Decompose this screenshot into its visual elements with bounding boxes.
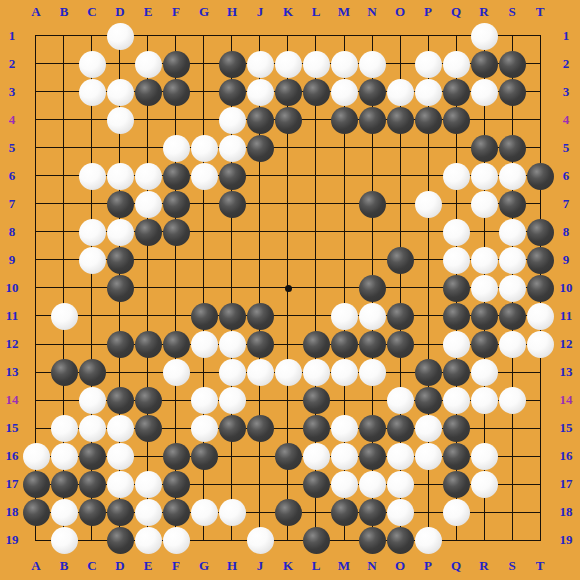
intersection-K18[interactable] <box>274 498 302 526</box>
intersection-F11[interactable] <box>162 302 190 330</box>
intersection-H1[interactable] <box>218 22 246 50</box>
intersection-R14[interactable] <box>470 386 498 414</box>
intersection-J14[interactable] <box>246 386 274 414</box>
intersection-M12[interactable] <box>330 330 358 358</box>
intersection-N17[interactable] <box>358 470 386 498</box>
intersection-L13[interactable] <box>302 358 330 386</box>
intersection-K12[interactable] <box>274 330 302 358</box>
intersection-L11[interactable] <box>302 302 330 330</box>
intersection-F2[interactable] <box>162 50 190 78</box>
intersection-P11[interactable] <box>414 302 442 330</box>
intersection-D7[interactable] <box>106 190 134 218</box>
intersection-J8[interactable] <box>246 218 274 246</box>
intersection-J19[interactable] <box>246 526 274 554</box>
intersection-H12[interactable] <box>218 330 246 358</box>
intersection-C6[interactable] <box>78 162 106 190</box>
intersection-R15[interactable] <box>470 414 498 442</box>
intersection-B12[interactable] <box>50 330 78 358</box>
intersection-K6[interactable] <box>274 162 302 190</box>
intersection-A3[interactable] <box>22 78 50 106</box>
intersection-E15[interactable] <box>134 414 162 442</box>
intersection-M7[interactable] <box>330 190 358 218</box>
intersection-M11[interactable] <box>330 302 358 330</box>
intersection-K8[interactable] <box>274 218 302 246</box>
intersection-C18[interactable] <box>78 498 106 526</box>
intersection-S9[interactable] <box>498 246 526 274</box>
intersection-E18[interactable] <box>134 498 162 526</box>
intersection-D8[interactable] <box>106 218 134 246</box>
intersection-F13[interactable] <box>162 358 190 386</box>
intersection-O9[interactable] <box>386 246 414 274</box>
intersection-O16[interactable] <box>386 442 414 470</box>
intersection-Q9[interactable] <box>442 246 470 274</box>
intersection-D16[interactable] <box>106 442 134 470</box>
intersection-Q5[interactable] <box>442 134 470 162</box>
intersection-J3[interactable] <box>246 78 274 106</box>
intersection-N3[interactable] <box>358 78 386 106</box>
intersection-H19[interactable] <box>218 526 246 554</box>
intersection-A14[interactable] <box>22 386 50 414</box>
intersection-P19[interactable] <box>414 526 442 554</box>
intersection-P5[interactable] <box>414 134 442 162</box>
intersection-E3[interactable] <box>134 78 162 106</box>
intersection-Q3[interactable] <box>442 78 470 106</box>
intersection-S18[interactable] <box>498 498 526 526</box>
intersection-M17[interactable] <box>330 470 358 498</box>
intersection-H6[interactable] <box>218 162 246 190</box>
intersection-D12[interactable] <box>106 330 134 358</box>
intersection-D6[interactable] <box>106 162 134 190</box>
intersection-R4[interactable] <box>470 106 498 134</box>
intersection-M8[interactable] <box>330 218 358 246</box>
intersection-R1[interactable] <box>470 22 498 50</box>
intersection-Q12[interactable] <box>442 330 470 358</box>
intersection-S11[interactable] <box>498 302 526 330</box>
intersection-T8[interactable] <box>526 218 554 246</box>
intersection-K7[interactable] <box>274 190 302 218</box>
intersection-G4[interactable] <box>190 106 218 134</box>
intersection-N5[interactable] <box>358 134 386 162</box>
intersection-G5[interactable] <box>190 134 218 162</box>
intersection-D15[interactable] <box>106 414 134 442</box>
intersection-O13[interactable] <box>386 358 414 386</box>
intersection-O4[interactable] <box>386 106 414 134</box>
intersection-K16[interactable] <box>274 442 302 470</box>
intersection-R13[interactable] <box>470 358 498 386</box>
intersection-L5[interactable] <box>302 134 330 162</box>
intersection-L16[interactable] <box>302 442 330 470</box>
intersection-B16[interactable] <box>50 442 78 470</box>
intersection-A17[interactable] <box>22 470 50 498</box>
intersection-T15[interactable] <box>526 414 554 442</box>
intersection-C9[interactable] <box>78 246 106 274</box>
intersection-Q4[interactable] <box>442 106 470 134</box>
intersection-Q10[interactable] <box>442 274 470 302</box>
intersection-G10[interactable] <box>190 274 218 302</box>
intersection-G17[interactable] <box>190 470 218 498</box>
intersection-C10[interactable] <box>78 274 106 302</box>
intersection-O8[interactable] <box>386 218 414 246</box>
intersection-R11[interactable] <box>470 302 498 330</box>
intersection-S19[interactable] <box>498 526 526 554</box>
intersection-S2[interactable] <box>498 50 526 78</box>
intersection-F15[interactable] <box>162 414 190 442</box>
intersection-K3[interactable] <box>274 78 302 106</box>
intersection-E4[interactable] <box>134 106 162 134</box>
intersection-P10[interactable] <box>414 274 442 302</box>
intersection-G9[interactable] <box>190 246 218 274</box>
intersection-O12[interactable] <box>386 330 414 358</box>
intersection-H18[interactable] <box>218 498 246 526</box>
intersection-N16[interactable] <box>358 442 386 470</box>
intersection-A16[interactable] <box>22 442 50 470</box>
intersection-R12[interactable] <box>470 330 498 358</box>
intersection-N19[interactable] <box>358 526 386 554</box>
intersection-H16[interactable] <box>218 442 246 470</box>
intersection-F10[interactable] <box>162 274 190 302</box>
intersection-G13[interactable] <box>190 358 218 386</box>
intersection-H3[interactable] <box>218 78 246 106</box>
intersection-M16[interactable] <box>330 442 358 470</box>
intersection-J18[interactable] <box>246 498 274 526</box>
intersection-T3[interactable] <box>526 78 554 106</box>
intersection-J7[interactable] <box>246 190 274 218</box>
intersection-A15[interactable] <box>22 414 50 442</box>
intersection-N6[interactable] <box>358 162 386 190</box>
intersection-B19[interactable] <box>50 526 78 554</box>
intersection-M19[interactable] <box>330 526 358 554</box>
intersection-J1[interactable] <box>246 22 274 50</box>
intersection-C4[interactable] <box>78 106 106 134</box>
intersection-G2[interactable] <box>190 50 218 78</box>
intersection-E10[interactable] <box>134 274 162 302</box>
intersection-T19[interactable] <box>526 526 554 554</box>
intersection-Q6[interactable] <box>442 162 470 190</box>
intersection-G3[interactable] <box>190 78 218 106</box>
intersection-B7[interactable] <box>50 190 78 218</box>
intersection-P7[interactable] <box>414 190 442 218</box>
intersection-C16[interactable] <box>78 442 106 470</box>
intersection-F12[interactable] <box>162 330 190 358</box>
intersection-M14[interactable] <box>330 386 358 414</box>
intersection-L3[interactable] <box>302 78 330 106</box>
intersection-T11[interactable] <box>526 302 554 330</box>
intersection-E14[interactable] <box>134 386 162 414</box>
intersection-J10[interactable] <box>246 274 274 302</box>
intersection-Q11[interactable] <box>442 302 470 330</box>
intersection-T4[interactable] <box>526 106 554 134</box>
intersection-D14[interactable] <box>106 386 134 414</box>
intersection-C11[interactable] <box>78 302 106 330</box>
intersection-A9[interactable] <box>22 246 50 274</box>
intersection-A18[interactable] <box>22 498 50 526</box>
intersection-N7[interactable] <box>358 190 386 218</box>
intersection-H14[interactable] <box>218 386 246 414</box>
intersection-L2[interactable] <box>302 50 330 78</box>
intersection-T5[interactable] <box>526 134 554 162</box>
intersection-P9[interactable] <box>414 246 442 274</box>
intersection-D2[interactable] <box>106 50 134 78</box>
intersection-Q19[interactable] <box>442 526 470 554</box>
intersection-D5[interactable] <box>106 134 134 162</box>
intersection-G18[interactable] <box>190 498 218 526</box>
intersection-B15[interactable] <box>50 414 78 442</box>
intersection-N14[interactable] <box>358 386 386 414</box>
intersection-D11[interactable] <box>106 302 134 330</box>
intersection-L18[interactable] <box>302 498 330 526</box>
intersection-D1[interactable] <box>106 22 134 50</box>
intersection-E12[interactable] <box>134 330 162 358</box>
intersection-C8[interactable] <box>78 218 106 246</box>
intersection-S16[interactable] <box>498 442 526 470</box>
intersection-K17[interactable] <box>274 470 302 498</box>
intersection-P16[interactable] <box>414 442 442 470</box>
intersection-E11[interactable] <box>134 302 162 330</box>
intersection-N18[interactable] <box>358 498 386 526</box>
intersection-E17[interactable] <box>134 470 162 498</box>
intersection-H17[interactable] <box>218 470 246 498</box>
intersection-F18[interactable] <box>162 498 190 526</box>
intersection-E9[interactable] <box>134 246 162 274</box>
intersection-H13[interactable] <box>218 358 246 386</box>
intersection-M9[interactable] <box>330 246 358 274</box>
intersection-A8[interactable] <box>22 218 50 246</box>
intersection-C15[interactable] <box>78 414 106 442</box>
intersection-K5[interactable] <box>274 134 302 162</box>
intersection-J17[interactable] <box>246 470 274 498</box>
intersection-A19[interactable] <box>22 526 50 554</box>
intersection-S7[interactable] <box>498 190 526 218</box>
intersection-O6[interactable] <box>386 162 414 190</box>
intersection-C5[interactable] <box>78 134 106 162</box>
intersection-N9[interactable] <box>358 246 386 274</box>
intersection-B14[interactable] <box>50 386 78 414</box>
intersection-R10[interactable] <box>470 274 498 302</box>
intersection-O1[interactable] <box>386 22 414 50</box>
intersection-S6[interactable] <box>498 162 526 190</box>
intersection-K15[interactable] <box>274 414 302 442</box>
intersection-S10[interactable] <box>498 274 526 302</box>
intersection-O7[interactable] <box>386 190 414 218</box>
intersection-T13[interactable] <box>526 358 554 386</box>
intersection-A13[interactable] <box>22 358 50 386</box>
intersection-D18[interactable] <box>106 498 134 526</box>
intersection-A2[interactable] <box>22 50 50 78</box>
intersection-B2[interactable] <box>50 50 78 78</box>
intersection-M1[interactable] <box>330 22 358 50</box>
intersection-C19[interactable] <box>78 526 106 554</box>
intersection-T7[interactable] <box>526 190 554 218</box>
intersection-R7[interactable] <box>470 190 498 218</box>
intersection-P12[interactable] <box>414 330 442 358</box>
intersection-L10[interactable] <box>302 274 330 302</box>
intersection-Q17[interactable] <box>442 470 470 498</box>
intersection-L1[interactable] <box>302 22 330 50</box>
intersection-O15[interactable] <box>386 414 414 442</box>
intersection-T2[interactable] <box>526 50 554 78</box>
intersection-H4[interactable] <box>218 106 246 134</box>
intersection-N2[interactable] <box>358 50 386 78</box>
intersection-P6[interactable] <box>414 162 442 190</box>
intersection-L12[interactable] <box>302 330 330 358</box>
intersection-G8[interactable] <box>190 218 218 246</box>
intersection-K10[interactable] <box>274 274 302 302</box>
intersection-L19[interactable] <box>302 526 330 554</box>
intersection-B4[interactable] <box>50 106 78 134</box>
intersection-O19[interactable] <box>386 526 414 554</box>
intersection-B11[interactable] <box>50 302 78 330</box>
intersection-K14[interactable] <box>274 386 302 414</box>
intersection-T18[interactable] <box>526 498 554 526</box>
intersection-C13[interactable] <box>78 358 106 386</box>
intersection-P2[interactable] <box>414 50 442 78</box>
intersection-B17[interactable] <box>50 470 78 498</box>
intersection-N4[interactable] <box>358 106 386 134</box>
intersection-F6[interactable] <box>162 162 190 190</box>
intersection-M15[interactable] <box>330 414 358 442</box>
intersection-E19[interactable] <box>134 526 162 554</box>
intersection-S3[interactable] <box>498 78 526 106</box>
intersection-A4[interactable] <box>22 106 50 134</box>
intersection-S8[interactable] <box>498 218 526 246</box>
intersection-G1[interactable] <box>190 22 218 50</box>
intersection-L15[interactable] <box>302 414 330 442</box>
intersection-H5[interactable] <box>218 134 246 162</box>
intersection-E1[interactable] <box>134 22 162 50</box>
intersection-M6[interactable] <box>330 162 358 190</box>
intersection-C17[interactable] <box>78 470 106 498</box>
intersection-C12[interactable] <box>78 330 106 358</box>
intersection-N8[interactable] <box>358 218 386 246</box>
intersection-A10[interactable] <box>22 274 50 302</box>
intersection-L14[interactable] <box>302 386 330 414</box>
intersection-K4[interactable] <box>274 106 302 134</box>
intersection-L7[interactable] <box>302 190 330 218</box>
intersection-K13[interactable] <box>274 358 302 386</box>
intersection-A6[interactable] <box>22 162 50 190</box>
intersection-H9[interactable] <box>218 246 246 274</box>
intersection-Q7[interactable] <box>442 190 470 218</box>
intersection-E2[interactable] <box>134 50 162 78</box>
intersection-N11[interactable] <box>358 302 386 330</box>
intersection-B8[interactable] <box>50 218 78 246</box>
intersection-D3[interactable] <box>106 78 134 106</box>
intersection-G6[interactable] <box>190 162 218 190</box>
intersection-M13[interactable] <box>330 358 358 386</box>
intersection-T17[interactable] <box>526 470 554 498</box>
intersection-P17[interactable] <box>414 470 442 498</box>
intersection-O17[interactable] <box>386 470 414 498</box>
intersection-C7[interactable] <box>78 190 106 218</box>
intersection-F8[interactable] <box>162 218 190 246</box>
intersection-K1[interactable] <box>274 22 302 50</box>
intersection-T1[interactable] <box>526 22 554 50</box>
intersection-C1[interactable] <box>78 22 106 50</box>
intersection-O2[interactable] <box>386 50 414 78</box>
intersection-J4[interactable] <box>246 106 274 134</box>
intersection-G12[interactable] <box>190 330 218 358</box>
intersection-F7[interactable] <box>162 190 190 218</box>
intersection-P3[interactable] <box>414 78 442 106</box>
intersection-N15[interactable] <box>358 414 386 442</box>
intersection-T6[interactable] <box>526 162 554 190</box>
intersection-E8[interactable] <box>134 218 162 246</box>
intersection-K9[interactable] <box>274 246 302 274</box>
intersection-S15[interactable] <box>498 414 526 442</box>
intersection-M10[interactable] <box>330 274 358 302</box>
intersection-T12[interactable] <box>526 330 554 358</box>
intersection-F16[interactable] <box>162 442 190 470</box>
intersection-H15[interactable] <box>218 414 246 442</box>
intersection-F1[interactable] <box>162 22 190 50</box>
intersection-C3[interactable] <box>78 78 106 106</box>
intersection-D19[interactable] <box>106 526 134 554</box>
intersection-F3[interactable] <box>162 78 190 106</box>
intersection-N10[interactable] <box>358 274 386 302</box>
intersection-A12[interactable] <box>22 330 50 358</box>
intersection-D4[interactable] <box>106 106 134 134</box>
intersection-J12[interactable] <box>246 330 274 358</box>
intersection-F9[interactable] <box>162 246 190 274</box>
intersection-Q14[interactable] <box>442 386 470 414</box>
intersection-Q2[interactable] <box>442 50 470 78</box>
intersection-B3[interactable] <box>50 78 78 106</box>
intersection-L4[interactable] <box>302 106 330 134</box>
intersection-G11[interactable] <box>190 302 218 330</box>
intersection-F14[interactable] <box>162 386 190 414</box>
intersection-B18[interactable] <box>50 498 78 526</box>
intersection-R19[interactable] <box>470 526 498 554</box>
intersection-J16[interactable] <box>246 442 274 470</box>
intersection-N12[interactable] <box>358 330 386 358</box>
intersection-L8[interactable] <box>302 218 330 246</box>
intersection-N1[interactable] <box>358 22 386 50</box>
intersection-E13[interactable] <box>134 358 162 386</box>
intersection-T9[interactable] <box>526 246 554 274</box>
intersection-G16[interactable] <box>190 442 218 470</box>
intersection-T10[interactable] <box>526 274 554 302</box>
intersection-Q16[interactable] <box>442 442 470 470</box>
intersection-A11[interactable] <box>22 302 50 330</box>
intersection-E7[interactable] <box>134 190 162 218</box>
intersection-M4[interactable] <box>330 106 358 134</box>
intersection-P18[interactable] <box>414 498 442 526</box>
intersection-P8[interactable] <box>414 218 442 246</box>
intersection-O3[interactable] <box>386 78 414 106</box>
intersection-R9[interactable] <box>470 246 498 274</box>
intersection-M3[interactable] <box>330 78 358 106</box>
intersection-D13[interactable] <box>106 358 134 386</box>
intersection-E16[interactable] <box>134 442 162 470</box>
intersection-Q1[interactable] <box>442 22 470 50</box>
intersection-O5[interactable] <box>386 134 414 162</box>
intersection-Q8[interactable] <box>442 218 470 246</box>
intersection-E6[interactable] <box>134 162 162 190</box>
intersection-J15[interactable] <box>246 414 274 442</box>
intersection-D17[interactable] <box>106 470 134 498</box>
intersection-S13[interactable] <box>498 358 526 386</box>
intersection-G14[interactable] <box>190 386 218 414</box>
intersection-S5[interactable] <box>498 134 526 162</box>
intersection-H11[interactable] <box>218 302 246 330</box>
intersection-S17[interactable] <box>498 470 526 498</box>
intersection-B9[interactable] <box>50 246 78 274</box>
intersection-P14[interactable] <box>414 386 442 414</box>
intersection-R5[interactable] <box>470 134 498 162</box>
intersection-P1[interactable] <box>414 22 442 50</box>
intersection-G15[interactable] <box>190 414 218 442</box>
intersection-Q18[interactable] <box>442 498 470 526</box>
